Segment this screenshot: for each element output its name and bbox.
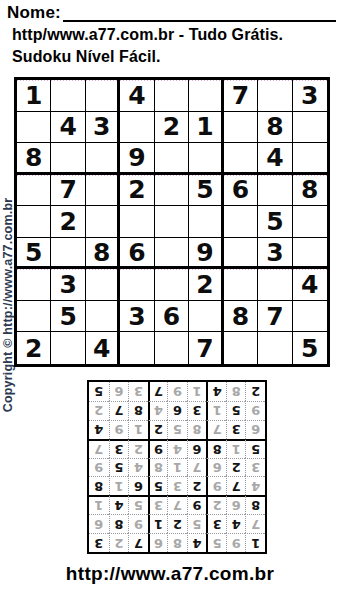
- solution-cell-r2c8: 8: [109, 514, 129, 533]
- solution-cell-r2c9: 6: [89, 514, 109, 533]
- solution-cell-r5c5: 1: [167, 458, 187, 477]
- puzzle-cell-r4c3[interactable]: [86, 175, 120, 207]
- solution-cell-r3c5: 7: [167, 495, 187, 514]
- solution-cell-r9c4: 1: [187, 382, 207, 401]
- solution-cell-r7c2: 3: [226, 420, 246, 439]
- puzzle-cell-r2c7[interactable]: [224, 112, 258, 144]
- puzzle-cell-r9c6: 7: [189, 332, 223, 364]
- solution-cell-r1c8: 2: [109, 533, 129, 552]
- puzzle-cell-r4c6: 5: [189, 175, 223, 207]
- solution-cell-r7c3: 7: [206, 420, 226, 439]
- solution-cell-r3c6: 3: [148, 495, 168, 514]
- site-url-line: http/www.a77.com.br - Tudo Grátis.: [12, 25, 340, 44]
- puzzle-cell-r6c4: 6: [120, 238, 154, 270]
- solution-cell-r6c3: 8: [206, 439, 226, 458]
- puzzle-cell-r4c7: 6: [224, 175, 258, 207]
- solution-cell-r2c5: 2: [167, 514, 187, 533]
- solution-cell-r4c1: 4: [245, 476, 265, 495]
- puzzle-cell-r4c9: 8: [293, 175, 327, 207]
- solution-cell-r6c9: 7: [89, 439, 109, 458]
- solution-cell-r3c2: 6: [226, 495, 246, 514]
- solution-cell-r5c4: 7: [187, 458, 207, 477]
- puzzle-cell-r7c1[interactable]: [17, 269, 51, 301]
- puzzle-cell-r4c1[interactable]: [17, 175, 51, 207]
- sudoku-sheet: Nome: http/www.a77.com.br - Tudo Grátis.…: [0, 0, 340, 596]
- solution-cell-r1c6: 6: [148, 533, 168, 552]
- puzzle-cell-r3c3[interactable]: [86, 143, 120, 175]
- puzzle-cell-r9c5[interactable]: [155, 332, 189, 364]
- solution-cell-r4c3: 9: [206, 476, 226, 495]
- puzzle-cell-r2c1[interactable]: [17, 112, 51, 144]
- solution-cell-r6c8: 3: [109, 439, 129, 458]
- solution-cell-r9c7: 3: [128, 382, 148, 401]
- puzzle-cell-r6c3: 8: [86, 238, 120, 270]
- solution-cell-r1c2: 9: [226, 533, 246, 552]
- page-title: Sudoku Nível Fácil.: [12, 47, 340, 66]
- puzzle-cell-r3c5[interactable]: [155, 143, 189, 175]
- solution-cell-r8c9: 2: [89, 401, 109, 420]
- header: Nome: http/www.a77.com.br - Tudo Grátis.…: [0, 0, 340, 66]
- puzzle-cell-r7c7[interactable]: [224, 269, 258, 301]
- puzzle-cell-r8c3[interactable]: [86, 301, 120, 333]
- puzzle-cell-r2c9[interactable]: [293, 112, 327, 144]
- solution-cell-r6c6: 9: [148, 439, 168, 458]
- name-label: Nome:: [7, 3, 61, 22]
- solution-cell-r9c5: 9: [167, 382, 187, 401]
- puzzle-cell-r6c6: 9: [189, 238, 223, 270]
- puzzle-cell-r7c4[interactable]: [120, 269, 154, 301]
- puzzle-cell-r5c1[interactable]: [17, 206, 51, 238]
- puzzle-cell-r9c2[interactable]: [51, 332, 85, 364]
- puzzle-cell-r8c4: 3: [120, 301, 154, 333]
- solution-cell-r8c5: 6: [167, 401, 187, 420]
- solution-cell-r6c2: 1: [226, 439, 246, 458]
- puzzle-cell-r1c4: 4: [120, 80, 154, 112]
- puzzle-cell-r6c2[interactable]: [51, 238, 85, 270]
- solution-cell-r6c7: 2: [128, 439, 148, 458]
- puzzle-cell-r7c2: 3: [51, 269, 85, 301]
- solution-cell-r4c4: 2: [187, 476, 207, 495]
- puzzle-cell-r1c9: 3: [293, 80, 327, 112]
- puzzle-cell-r1c2[interactable]: [51, 80, 85, 112]
- solution-cell-r3c7: 5: [128, 495, 148, 514]
- puzzle-cell-r8c8: 7: [258, 301, 292, 333]
- puzzle-cell-r3c6[interactable]: [189, 143, 223, 175]
- solution-cell-r7c6: 2: [148, 420, 168, 439]
- puzzle-cell-r5c5[interactable]: [155, 206, 189, 238]
- puzzle-cell-r5c2: 2: [51, 206, 85, 238]
- solution-cell-r7c9: 4: [89, 420, 109, 439]
- puzzle-cell-r3c9[interactable]: [293, 143, 327, 175]
- solution-cell-r9c3: 4: [206, 382, 226, 401]
- puzzle-cell-r4c4: 2: [120, 175, 154, 207]
- solution-cell-r3c3: 2: [206, 495, 226, 514]
- solution-cell-r9c8: 6: [109, 382, 129, 401]
- solution-cell-r4c5: 3: [167, 476, 187, 495]
- puzzle-cell-r9c4[interactable]: [120, 332, 154, 364]
- solution-cell-r2c3: 3: [206, 514, 226, 533]
- puzzle-cell-r9c9: 5: [293, 332, 327, 364]
- name-blank-line[interactable]: [63, 3, 336, 22]
- puzzle-cell-r7c5[interactable]: [155, 269, 189, 301]
- solution-cell-r9c6: 7: [148, 382, 168, 401]
- solution-cell-r3c8: 4: [109, 495, 129, 514]
- puzzle-cell-r6c7[interactable]: [224, 238, 258, 270]
- puzzle-cell-r8c9[interactable]: [293, 301, 327, 333]
- puzzle-cell-r2c2: 4: [51, 112, 85, 144]
- name-row: Nome:: [0, 0, 340, 22]
- puzzle-cell-r1c6[interactable]: [189, 80, 223, 112]
- puzzle-cell-r6c8: 3: [258, 238, 292, 270]
- solution-cell-r5c8: 5: [109, 458, 129, 477]
- puzzle-cell-r9c3: 4: [86, 332, 120, 364]
- solution-cell-r6c1: 5: [245, 439, 265, 458]
- puzzle-cell-r9c8[interactable]: [258, 332, 292, 364]
- puzzle-cell-r5c7[interactable]: [224, 206, 258, 238]
- puzzle-cell-r8c7: 8: [224, 301, 258, 333]
- puzzle-cell-r7c8[interactable]: [258, 269, 292, 301]
- footer-url: http://www.a77.com.br: [0, 563, 340, 585]
- solution-cell-r1c7: 7: [128, 533, 148, 552]
- puzzle-cell-r8c5: 6: [155, 301, 189, 333]
- puzzle-cell-r3c1: 8: [17, 143, 51, 175]
- sudoku-solution-grid-upside-down: 1954867237435219868629735414792356183267…: [87, 380, 267, 554]
- puzzle-cell-r2c3: 3: [86, 112, 120, 144]
- puzzle-cell-r2c8: 8: [258, 112, 292, 144]
- solution-cell-r5c2: 2: [226, 458, 246, 477]
- puzzle-cell-r5c8: 5: [258, 206, 292, 238]
- solution-cell-r4c9: 8: [89, 476, 109, 495]
- puzzle-cell-r1c3[interactable]: [86, 80, 120, 112]
- puzzle-cell-r1c5[interactable]: [155, 80, 189, 112]
- solution-cell-r1c3: 5: [206, 533, 226, 552]
- puzzle-cell-r2c6: 1: [189, 112, 223, 144]
- puzzle-cell-r4c8[interactable]: [258, 175, 292, 207]
- sudoku-puzzle-grid: 147343218894725682558693324536872475: [14, 77, 330, 367]
- solution-cell-r7c7: 1: [128, 420, 148, 439]
- solution-cell-r6c4: 6: [187, 439, 207, 458]
- solution-cell-r7c5: 5: [167, 420, 187, 439]
- solution-cell-r1c1: 1: [245, 533, 265, 552]
- puzzle-cell-r7c3[interactable]: [86, 269, 120, 301]
- solution-cell-r3c9: 1: [89, 495, 109, 514]
- puzzle-cell-r8c6[interactable]: [189, 301, 223, 333]
- puzzle-cell-r2c5: 2: [155, 112, 189, 144]
- puzzle-cell-r8c1[interactable]: [17, 301, 51, 333]
- puzzle-cell-r6c5[interactable]: [155, 238, 189, 270]
- solution-cell-r3c1: 8: [245, 495, 265, 514]
- solution-cell-r9c1: 2: [245, 382, 265, 401]
- puzzle-cell-r4c2: 7: [51, 175, 85, 207]
- solution-cell-r2c1: 7: [245, 514, 265, 533]
- solution-cell-r4c2: 7: [226, 476, 246, 495]
- solution-cell-r8c1: 9: [245, 401, 265, 420]
- solution-cell-r2c2: 4: [226, 514, 246, 533]
- solution-cell-r7c1: 6: [245, 420, 265, 439]
- puzzle-cell-r1c8[interactable]: [258, 80, 292, 112]
- puzzle-cell-r5c6[interactable]: [189, 206, 223, 238]
- solution-cell-r4c8: 1: [109, 476, 129, 495]
- solution-cell-r8c8: 7: [109, 401, 129, 420]
- solution-cell-r5c9: 9: [89, 458, 109, 477]
- solution-cell-r6c5: 4: [167, 439, 187, 458]
- puzzle-cell-r3c7[interactable]: [224, 143, 258, 175]
- solution-cell-r4c6: 5: [148, 476, 168, 495]
- solution-cell-r2c4: 5: [187, 514, 207, 533]
- solution-cell-r7c8: 9: [109, 420, 129, 439]
- solution-cell-r4c7: 6: [128, 476, 148, 495]
- solution-cell-r9c2: 8: [226, 382, 246, 401]
- puzzle-cell-r7c9: 4: [293, 269, 327, 301]
- solution-cell-r3c4: 9: [187, 495, 207, 514]
- solution-cell-r8c6: 4: [148, 401, 168, 420]
- solution-cell-r8c4: 3: [187, 401, 207, 420]
- puzzle-cell-r5c3[interactable]: [86, 206, 120, 238]
- solution-cell-r1c5: 8: [167, 533, 187, 552]
- puzzle-cell-r3c2[interactable]: [51, 143, 85, 175]
- solution-cell-r8c2: 5: [226, 401, 246, 420]
- solution-cell-r5c7: 4: [128, 458, 148, 477]
- puzzle-cell-r5c9[interactable]: [293, 206, 327, 238]
- puzzle-cell-r1c7: 7: [224, 80, 258, 112]
- puzzle-cell-r9c1: 2: [17, 332, 51, 364]
- solution-cell-r8c3: 1: [206, 401, 226, 420]
- solution-cell-r2c7: 9: [128, 514, 148, 533]
- solution-cell-r5c3: 6: [206, 458, 226, 477]
- solution-cell-r7c4: 8: [187, 420, 207, 439]
- puzzle-cell-r9c7[interactable]: [224, 332, 258, 364]
- puzzle-cell-r3c8: 4: [258, 143, 292, 175]
- puzzle-cell-r5c4[interactable]: [120, 206, 154, 238]
- puzzle-cell-r3c4: 9: [120, 143, 154, 175]
- puzzle-cell-r7c6: 2: [189, 269, 223, 301]
- solution-cell-r1c9: 3: [89, 533, 109, 552]
- solution-cell-r1c4: 4: [187, 533, 207, 552]
- solution-cell-r5c1: 3: [245, 458, 265, 477]
- puzzle-cell-r6c9[interactable]: [293, 238, 327, 270]
- solution-cell-r8c7: 8: [128, 401, 148, 420]
- puzzle-cell-r1c1: 1: [17, 80, 51, 112]
- puzzle-cell-r6c1: 5: [17, 238, 51, 270]
- puzzle-cell-r2c4[interactable]: [120, 112, 154, 144]
- solution-cell-r9c9: 5: [89, 382, 109, 401]
- solution-cell-r2c6: 1: [148, 514, 168, 533]
- solution-cell-r5c6: 8: [148, 458, 168, 477]
- puzzle-cell-r8c2: 5: [51, 301, 85, 333]
- puzzle-cell-r4c5[interactable]: [155, 175, 189, 207]
